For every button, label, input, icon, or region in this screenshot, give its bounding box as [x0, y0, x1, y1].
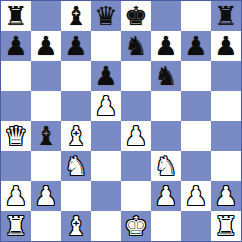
white-knight-piece[interactable]: ♞ [154, 151, 177, 181]
square-d1[interactable] [91, 211, 121, 241]
square-c3[interactable]: ♞ [61, 151, 91, 181]
square-f1[interactable] [151, 211, 181, 241]
white-pawn-piece[interactable]: ♟ [4, 181, 27, 211]
black-pawn-piece[interactable]: ♟ [64, 31, 87, 61]
square-h4[interactable] [211, 121, 241, 151]
white-bishop-piece[interactable]: ♝ [64, 121, 87, 151]
black-king-piece[interactable]: ♚ [124, 1, 147, 31]
black-rook-piece[interactable]: ♜ [214, 1, 237, 31]
square-d4[interactable] [91, 121, 121, 151]
square-b2[interactable]: ♟ [31, 181, 61, 211]
black-pawn-piece[interactable]: ♟ [184, 31, 207, 61]
square-h1[interactable]: ♜ [211, 211, 241, 241]
square-e3[interactable] [121, 151, 151, 181]
square-b7[interactable]: ♟ [31, 31, 61, 61]
square-c4[interactable]: ♝ [61, 121, 91, 151]
black-queen-piece[interactable]: ♛ [94, 1, 117, 31]
square-e7[interactable]: ♞ [121, 31, 151, 61]
square-h7[interactable]: ♟ [211, 31, 241, 61]
square-c5[interactable] [61, 91, 91, 121]
black-pawn-piece[interactable]: ♟ [154, 31, 177, 61]
square-b6[interactable] [31, 61, 61, 91]
square-g2[interactable]: ♟ [181, 181, 211, 211]
black-knight-piece[interactable]: ♞ [124, 31, 147, 61]
square-g5[interactable] [181, 91, 211, 121]
square-e2[interactable] [121, 181, 151, 211]
white-rook-piece[interactable]: ♜ [4, 211, 27, 241]
square-a3[interactable] [1, 151, 31, 181]
square-d6[interactable]: ♟ [91, 61, 121, 91]
square-f3[interactable]: ♞ [151, 151, 181, 181]
square-f6[interactable]: ♞ [151, 61, 181, 91]
square-h3[interactable] [211, 151, 241, 181]
square-f4[interactable] [151, 121, 181, 151]
square-d3[interactable] [91, 151, 121, 181]
square-f5[interactable] [151, 91, 181, 121]
square-b4[interactable]: ♝ [31, 121, 61, 151]
black-rook-piece[interactable]: ♜ [4, 1, 27, 31]
square-h2[interactable]: ♟ [211, 181, 241, 211]
chess-board: ♜♝♛♚♜♟♟♟♞♟♟♟♟♞♟♛♝♝♟♞♞♟♟♟♟♟♜♝♚♜ [0, 0, 242, 242]
square-a7[interactable]: ♟ [1, 31, 31, 61]
black-pawn-piece[interactable]: ♟ [94, 61, 117, 91]
square-d2[interactable] [91, 181, 121, 211]
square-b5[interactable] [31, 91, 61, 121]
black-pawn-piece[interactable]: ♟ [34, 31, 57, 61]
square-a1[interactable]: ♜ [1, 211, 31, 241]
white-pawn-piece[interactable]: ♟ [34, 181, 57, 211]
square-b8[interactable] [31, 1, 61, 31]
square-g3[interactable] [181, 151, 211, 181]
square-b3[interactable] [31, 151, 61, 181]
square-h6[interactable] [211, 61, 241, 91]
white-pawn-piece[interactable]: ♟ [184, 181, 207, 211]
square-c2[interactable] [61, 181, 91, 211]
square-f8[interactable] [151, 1, 181, 31]
square-a6[interactable] [1, 61, 31, 91]
square-g6[interactable] [181, 61, 211, 91]
white-knight-piece[interactable]: ♞ [64, 151, 87, 181]
square-g4[interactable] [181, 121, 211, 151]
square-b1[interactable] [31, 211, 61, 241]
square-d7[interactable] [91, 31, 121, 61]
square-e1[interactable]: ♚ [121, 211, 151, 241]
square-e4[interactable]: ♟ [121, 121, 151, 151]
black-pawn-piece[interactable]: ♟ [4, 31, 27, 61]
square-g7[interactable]: ♟ [181, 31, 211, 61]
square-a5[interactable] [1, 91, 31, 121]
black-bishop-piece[interactable]: ♝ [64, 1, 87, 31]
square-c8[interactable]: ♝ [61, 1, 91, 31]
square-g8[interactable] [181, 1, 211, 31]
black-bishop-piece[interactable]: ♝ [34, 121, 57, 151]
square-a8[interactable]: ♜ [1, 1, 31, 31]
square-d8[interactable]: ♛ [91, 1, 121, 31]
white-rook-piece[interactable]: ♜ [214, 211, 237, 241]
white-bishop-piece[interactable]: ♝ [64, 211, 87, 241]
square-e6[interactable] [121, 61, 151, 91]
white-pawn-piece[interactable]: ♟ [214, 181, 237, 211]
white-pawn-piece[interactable]: ♟ [154, 181, 177, 211]
square-d5[interactable]: ♟ [91, 91, 121, 121]
black-knight-piece[interactable]: ♞ [154, 61, 177, 91]
square-e5[interactable] [121, 91, 151, 121]
black-pawn-piece[interactable]: ♟ [214, 31, 237, 61]
square-f7[interactable]: ♟ [151, 31, 181, 61]
square-g1[interactable] [181, 211, 211, 241]
square-f2[interactable]: ♟ [151, 181, 181, 211]
square-c6[interactable] [61, 61, 91, 91]
square-a2[interactable]: ♟ [1, 181, 31, 211]
white-queen-piece[interactable]: ♛ [4, 121, 27, 151]
square-c1[interactable]: ♝ [61, 211, 91, 241]
white-pawn-piece[interactable]: ♟ [124, 121, 147, 151]
white-king-piece[interactable]: ♚ [124, 211, 147, 241]
square-e8[interactable]: ♚ [121, 1, 151, 31]
white-pawn-piece[interactable]: ♟ [94, 91, 117, 121]
square-h8[interactable]: ♜ [211, 1, 241, 31]
square-a4[interactable]: ♛ [1, 121, 31, 151]
square-c7[interactable]: ♟ [61, 31, 91, 61]
square-h5[interactable] [211, 91, 241, 121]
